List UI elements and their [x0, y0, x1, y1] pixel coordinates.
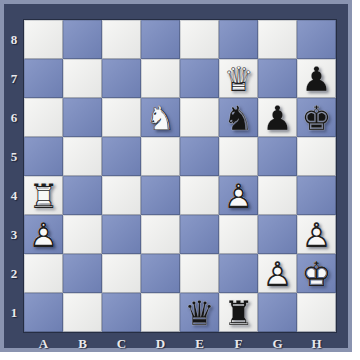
square-c5[interactable]	[102, 137, 141, 176]
black-pawn-glyph: ♟	[258, 98, 297, 137]
square-f3[interactable]	[219, 215, 258, 254]
rank-label-2: 2	[4, 254, 24, 293]
square-f7[interactable]: ♛♕	[219, 59, 258, 98]
square-c2[interactable]	[102, 254, 141, 293]
white-pawn-outline-glyph: ♙	[297, 215, 336, 254]
white-rook-glyph: ♜	[24, 176, 63, 215]
black-queen-e1-icon[interactable]: ♛	[180, 293, 219, 332]
file-label-e: E	[180, 332, 219, 356]
square-h3[interactable]: ♟♙	[297, 215, 336, 254]
file-label-c: C	[102, 332, 141, 356]
black-pawn-h7-icon[interactable]: ♟	[297, 59, 336, 98]
square-a2[interactable]	[24, 254, 63, 293]
square-d2[interactable]	[141, 254, 180, 293]
square-g2[interactable]: ♟♙	[258, 254, 297, 293]
chess-board: ♛♕♟♞♘♞♟♚♜♖♟♙♟♙♟♙♟♙♚♔♛♜	[24, 20, 336, 332]
square-g4[interactable]	[258, 176, 297, 215]
square-h4[interactable]	[297, 176, 336, 215]
white-rook-outline-glyph: ♖	[24, 176, 63, 215]
square-g7[interactable]	[258, 59, 297, 98]
square-a6[interactable]	[24, 98, 63, 137]
black-rook-f1-icon[interactable]: ♜	[219, 293, 258, 332]
white-king-h2-icon[interactable]: ♚♔	[297, 254, 336, 293]
square-c3[interactable]	[102, 215, 141, 254]
white-queen-glyph: ♛	[219, 59, 258, 98]
rank-label-3: 3	[4, 215, 24, 254]
square-f6[interactable]: ♞	[219, 98, 258, 137]
black-queen-glyph: ♛	[180, 293, 219, 332]
white-knight-d6-icon[interactable]: ♞♘	[141, 98, 180, 137]
square-g3[interactable]	[258, 215, 297, 254]
file-label-a: A	[24, 332, 63, 356]
square-d8[interactable]	[141, 20, 180, 59]
white-pawn-h3-icon[interactable]: ♟♙	[297, 215, 336, 254]
file-labels: ABCDEFGH	[24, 332, 336, 356]
square-e2[interactable]	[180, 254, 219, 293]
white-pawn-glyph: ♟	[24, 215, 63, 254]
square-b2[interactable]	[63, 254, 102, 293]
square-c1[interactable]	[102, 293, 141, 332]
rank-label-1: 1	[4, 293, 24, 332]
square-b7[interactable]	[63, 59, 102, 98]
square-a1[interactable]	[24, 293, 63, 332]
square-g8[interactable]	[258, 20, 297, 59]
rank-label-8: 8	[4, 20, 24, 59]
square-a4[interactable]: ♜♖	[24, 176, 63, 215]
square-h2[interactable]: ♚♔	[297, 254, 336, 293]
square-d7[interactable]	[141, 59, 180, 98]
square-a7[interactable]	[24, 59, 63, 98]
black-pawn-g6-icon[interactable]: ♟	[258, 98, 297, 137]
square-f8[interactable]	[219, 20, 258, 59]
square-d6[interactable]: ♞♘	[141, 98, 180, 137]
white-pawn-glyph: ♟	[219, 176, 258, 215]
square-d4[interactable]	[141, 176, 180, 215]
square-c8[interactable]	[102, 20, 141, 59]
black-knight-glyph: ♞	[219, 98, 258, 137]
square-b6[interactable]	[63, 98, 102, 137]
white-rook-a4-icon[interactable]: ♜♖	[24, 176, 63, 215]
black-pawn-glyph: ♟	[297, 59, 336, 98]
black-king-glyph: ♚	[297, 98, 336, 137]
square-b8[interactable]	[63, 20, 102, 59]
square-e1[interactable]: ♛	[180, 293, 219, 332]
white-pawn-a3-icon[interactable]: ♟♙	[24, 215, 63, 254]
square-e8[interactable]	[180, 20, 219, 59]
white-knight-glyph: ♞	[141, 98, 180, 137]
square-e3[interactable]	[180, 215, 219, 254]
square-f4[interactable]: ♟♙	[219, 176, 258, 215]
white-pawn-outline-glyph: ♙	[258, 254, 297, 293]
square-a8[interactable]	[24, 20, 63, 59]
white-pawn-outline-glyph: ♙	[24, 215, 63, 254]
white-queen-f7-icon[interactable]: ♛♕	[219, 59, 258, 98]
rank-label-5: 5	[4, 137, 24, 176]
chess-app: 87654321 ABCDEFGH ♛♕♟♞♘♞♟♚♜♖♟♙♟♙♟♙♟♙♚♔♛♜	[0, 0, 360, 360]
square-c4[interactable]	[102, 176, 141, 215]
square-g5[interactable]	[258, 137, 297, 176]
board-frame: 87654321 ABCDEFGH ♛♕♟♞♘♞♟♚♜♖♟♙♟♙♟♙♟♙♚♔♛♜	[0, 0, 352, 352]
white-queen-outline-glyph: ♕	[219, 59, 258, 98]
square-a5[interactable]	[24, 137, 63, 176]
square-a3[interactable]: ♟♙	[24, 215, 63, 254]
rank-label-7: 7	[4, 59, 24, 98]
square-c7[interactable]	[102, 59, 141, 98]
square-h7[interactable]: ♟	[297, 59, 336, 98]
rank-label-4: 4	[4, 176, 24, 215]
square-f2[interactable]	[219, 254, 258, 293]
black-knight-f6-icon[interactable]: ♞	[219, 98, 258, 137]
square-c6[interactable]	[102, 98, 141, 137]
black-rook-glyph: ♜	[219, 293, 258, 332]
file-label-d: D	[141, 332, 180, 356]
square-d3[interactable]	[141, 215, 180, 254]
rank-label-6: 6	[4, 98, 24, 137]
black-king-h6-icon[interactable]: ♚	[297, 98, 336, 137]
square-b5[interactable]	[63, 137, 102, 176]
file-label-h: H	[297, 332, 336, 356]
white-pawn-glyph: ♟	[258, 254, 297, 293]
square-e7[interactable]	[180, 59, 219, 98]
square-g1[interactable]	[258, 293, 297, 332]
white-knight-outline-glyph: ♘	[141, 98, 180, 137]
white-pawn-g2-icon[interactable]: ♟♙	[258, 254, 297, 293]
square-h6[interactable]: ♚	[297, 98, 336, 137]
square-e4[interactable]	[180, 176, 219, 215]
file-label-b: B	[63, 332, 102, 356]
square-b3[interactable]	[63, 215, 102, 254]
square-h5[interactable]	[297, 137, 336, 176]
square-h1[interactable]	[297, 293, 336, 332]
white-pawn-f4-icon[interactable]: ♟♙	[219, 176, 258, 215]
square-b1[interactable]	[63, 293, 102, 332]
file-label-g: G	[258, 332, 297, 356]
file-label-f: F	[219, 332, 258, 356]
square-h8[interactable]	[297, 20, 336, 59]
square-d5[interactable]	[141, 137, 180, 176]
square-f5[interactable]	[219, 137, 258, 176]
square-b4[interactable]	[63, 176, 102, 215]
square-d1[interactable]	[141, 293, 180, 332]
square-g6[interactable]: ♟	[258, 98, 297, 137]
square-e5[interactable]	[180, 137, 219, 176]
white-king-outline-glyph: ♔	[297, 254, 336, 293]
square-e6[interactable]	[180, 98, 219, 137]
rank-labels: 87654321	[4, 20, 24, 332]
white-king-glyph: ♚	[297, 254, 336, 293]
white-pawn-glyph: ♟	[297, 215, 336, 254]
white-pawn-outline-glyph: ♙	[219, 176, 258, 215]
square-f1[interactable]: ♜	[219, 293, 258, 332]
